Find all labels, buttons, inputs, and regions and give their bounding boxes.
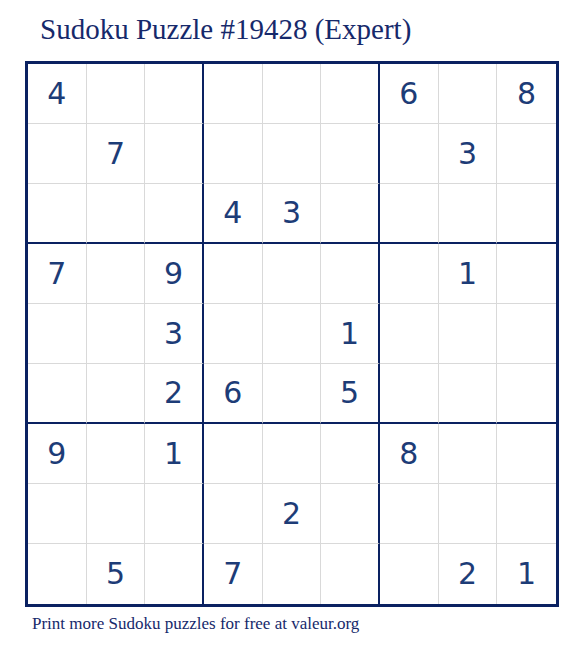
cell-r4c1: 7 bbox=[28, 244, 87, 304]
cell-r2c6 bbox=[321, 124, 380, 184]
cell-r8c7 bbox=[380, 484, 439, 544]
cell-r3c9 bbox=[497, 184, 556, 244]
cell-r3c1 bbox=[28, 184, 87, 244]
cell-r7c2 bbox=[87, 424, 146, 484]
cell-r7c6 bbox=[321, 424, 380, 484]
cell-r7c3: 1 bbox=[145, 424, 204, 484]
cell-r7c9 bbox=[497, 424, 556, 484]
cell-r1c7: 6 bbox=[380, 64, 439, 124]
cell-r1c1: 4 bbox=[28, 64, 87, 124]
cell-r1c2 bbox=[87, 64, 146, 124]
cell-r3c8 bbox=[439, 184, 498, 244]
cell-r3c3 bbox=[145, 184, 204, 244]
cell-r4c2 bbox=[87, 244, 146, 304]
cell-r6c2 bbox=[87, 364, 146, 424]
cell-r9c9: 1 bbox=[497, 544, 556, 604]
cell-r5c9 bbox=[497, 304, 556, 364]
footer-text: Print more Sudoku puzzles for free at va… bbox=[32, 614, 359, 634]
cell-r7c5 bbox=[263, 424, 322, 484]
cell-r6c8 bbox=[439, 364, 498, 424]
cell-r4c4 bbox=[204, 244, 263, 304]
cell-r4c6 bbox=[321, 244, 380, 304]
cell-r9c4: 7 bbox=[204, 544, 263, 604]
cell-r5c8 bbox=[439, 304, 498, 364]
cell-r8c9 bbox=[497, 484, 556, 544]
cell-r2c5 bbox=[263, 124, 322, 184]
cell-r1c9: 8 bbox=[497, 64, 556, 124]
sudoku-page: Sudoku Puzzle #19428 (Expert) 4687343791… bbox=[0, 0, 580, 651]
cell-r3c2 bbox=[87, 184, 146, 244]
cell-r6c4: 6 bbox=[204, 364, 263, 424]
sudoku-board: 46873437913126591825721 bbox=[25, 61, 559, 607]
page-title: Sudoku Puzzle #19428 (Expert) bbox=[40, 13, 411, 46]
cell-r7c1: 9 bbox=[28, 424, 87, 484]
cell-r4c5 bbox=[263, 244, 322, 304]
cell-r4c8: 1 bbox=[439, 244, 498, 304]
cell-r6c6: 5 bbox=[321, 364, 380, 424]
cell-r5c6: 1 bbox=[321, 304, 380, 364]
cell-r2c8: 3 bbox=[439, 124, 498, 184]
cell-r5c3: 3 bbox=[145, 304, 204, 364]
cell-r6c1 bbox=[28, 364, 87, 424]
cell-r8c6 bbox=[321, 484, 380, 544]
cell-r2c4 bbox=[204, 124, 263, 184]
cell-r4c9 bbox=[497, 244, 556, 304]
cell-r5c2 bbox=[87, 304, 146, 364]
cell-r1c3 bbox=[145, 64, 204, 124]
cell-r5c7 bbox=[380, 304, 439, 364]
cell-r3c6 bbox=[321, 184, 380, 244]
cell-r6c7 bbox=[380, 364, 439, 424]
cell-r1c5 bbox=[263, 64, 322, 124]
cell-r9c5 bbox=[263, 544, 322, 604]
cell-r9c6 bbox=[321, 544, 380, 604]
cell-r2c1 bbox=[28, 124, 87, 184]
cell-r7c7: 8 bbox=[380, 424, 439, 484]
cell-r8c2 bbox=[87, 484, 146, 544]
cell-r1c8 bbox=[439, 64, 498, 124]
cell-r8c8 bbox=[439, 484, 498, 544]
cell-r9c2: 5 bbox=[87, 544, 146, 604]
cell-r8c3 bbox=[145, 484, 204, 544]
cell-r4c3: 9 bbox=[145, 244, 204, 304]
cell-r2c9 bbox=[497, 124, 556, 184]
cell-r9c8: 2 bbox=[439, 544, 498, 604]
cell-r7c8 bbox=[439, 424, 498, 484]
cell-r2c7 bbox=[380, 124, 439, 184]
cell-r9c1 bbox=[28, 544, 87, 604]
cell-r3c7 bbox=[380, 184, 439, 244]
cell-r9c3 bbox=[145, 544, 204, 604]
cell-r5c4 bbox=[204, 304, 263, 364]
cell-r5c1 bbox=[28, 304, 87, 364]
cell-r1c4 bbox=[204, 64, 263, 124]
cell-r3c5: 3 bbox=[263, 184, 322, 244]
cell-r6c3: 2 bbox=[145, 364, 204, 424]
cell-r8c5: 2 bbox=[263, 484, 322, 544]
cell-r1c6 bbox=[321, 64, 380, 124]
cell-r5c5 bbox=[263, 304, 322, 364]
cell-r2c2: 7 bbox=[87, 124, 146, 184]
cell-r8c1 bbox=[28, 484, 87, 544]
cell-r8c4 bbox=[204, 484, 263, 544]
cell-r7c4 bbox=[204, 424, 263, 484]
cell-r2c3 bbox=[145, 124, 204, 184]
cell-r6c5 bbox=[263, 364, 322, 424]
cell-r3c4: 4 bbox=[204, 184, 263, 244]
cell-r9c7 bbox=[380, 544, 439, 604]
cell-r6c9 bbox=[497, 364, 556, 424]
cell-r4c7 bbox=[380, 244, 439, 304]
